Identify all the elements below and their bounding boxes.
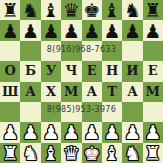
black-pawn-icon: ♟ bbox=[104, 21, 121, 41]
square-c6 bbox=[41, 41, 61, 61]
black-bishop-icon: ♝ bbox=[42, 0, 59, 20]
square-d3 bbox=[61, 102, 81, 122]
square-c7: ♟ bbox=[41, 20, 61, 40]
white-rook-icon: ♜ bbox=[144, 143, 161, 163]
white-rook-icon: ♜ bbox=[2, 143, 19, 163]
ad-letter: А bbox=[86, 82, 97, 102]
square-a3 bbox=[0, 102, 20, 122]
square-e6 bbox=[82, 41, 102, 61]
square-f4: Т bbox=[102, 82, 122, 102]
square-f7: ♟ bbox=[102, 20, 122, 40]
black-knight-icon: ♞ bbox=[22, 0, 39, 20]
black-bishop-icon: ♝ bbox=[104, 0, 121, 20]
square-g8: ♞ bbox=[122, 0, 142, 20]
square-h6 bbox=[143, 41, 163, 61]
square-g7: ♟ bbox=[122, 20, 142, 40]
ad-letter: Н bbox=[106, 61, 118, 81]
square-a2: ♟ bbox=[0, 122, 20, 142]
square-e4: А bbox=[82, 82, 102, 102]
square-c1: ♝ bbox=[41, 143, 61, 163]
white-pawn-icon: ♟ bbox=[104, 122, 121, 142]
ad-letter: Б bbox=[25, 61, 36, 81]
square-c3 bbox=[41, 102, 61, 122]
square-f6 bbox=[102, 41, 122, 61]
black-pawn-icon: ♟ bbox=[124, 21, 141, 41]
square-a5: О bbox=[0, 61, 20, 81]
ad-letter: Т bbox=[107, 82, 117, 102]
ad-letter: И bbox=[126, 61, 138, 81]
square-f2: ♟ bbox=[102, 122, 122, 142]
square-b4: А bbox=[20, 82, 40, 102]
square-e3 bbox=[82, 102, 102, 122]
ad-letter: Е bbox=[87, 61, 97, 81]
square-b5: Б bbox=[20, 61, 40, 81]
square-g1: ♞ bbox=[122, 143, 142, 163]
square-h7: ♟ bbox=[143, 20, 163, 40]
ad-letter: Ш bbox=[2, 82, 19, 102]
ad-letter: А bbox=[127, 82, 138, 102]
ad-letter: М bbox=[146, 82, 160, 102]
square-c8: ♝ bbox=[41, 0, 61, 20]
square-e7: ♟ bbox=[82, 20, 102, 40]
square-b8: ♞ bbox=[20, 0, 40, 20]
square-h8: ♜ bbox=[143, 0, 163, 20]
square-d7: ♟ bbox=[61, 20, 81, 40]
black-pawn-icon: ♟ bbox=[63, 21, 80, 41]
square-d8: ♛ bbox=[61, 0, 81, 20]
white-knight-icon: ♞ bbox=[124, 143, 141, 163]
square-f5: Н bbox=[102, 61, 122, 81]
black-rook-icon: ♜ bbox=[144, 0, 161, 20]
black-pawn-icon: ♟ bbox=[42, 21, 59, 41]
white-pawn-icon: ♟ bbox=[22, 122, 39, 142]
ad-letter: Х bbox=[46, 82, 56, 102]
black-pawn-icon: ♟ bbox=[144, 21, 161, 41]
square-e8: ♚ bbox=[82, 0, 102, 20]
square-d6 bbox=[61, 41, 81, 61]
square-g2: ♟ bbox=[122, 122, 142, 142]
square-c4: Х bbox=[41, 82, 61, 102]
chess-board: 8(916)968-7633 8(985)953-3976 ♜♞♝♛♚♝♞♜♟♟… bbox=[0, 0, 163, 163]
square-h1: ♜ bbox=[143, 143, 163, 163]
black-pawn-icon: ♟ bbox=[83, 21, 100, 41]
square-c2: ♟ bbox=[41, 122, 61, 142]
square-b6 bbox=[20, 41, 40, 61]
square-c5: У bbox=[41, 61, 61, 81]
white-knight-icon: ♞ bbox=[22, 143, 39, 163]
ad-letter: Ч bbox=[65, 61, 77, 81]
square-d1: ♛ bbox=[61, 143, 81, 163]
square-a1: ♜ bbox=[0, 143, 20, 163]
ad-letter: О bbox=[5, 61, 16, 81]
white-pawn-icon: ♟ bbox=[42, 122, 59, 142]
square-b3 bbox=[20, 102, 40, 122]
ad-letter: А bbox=[25, 82, 36, 102]
square-g3 bbox=[122, 102, 142, 122]
white-bishop-icon: ♝ bbox=[104, 143, 121, 163]
black-king-icon: ♚ bbox=[83, 0, 100, 20]
square-h2: ♟ bbox=[143, 122, 163, 142]
square-h5: Е bbox=[143, 61, 163, 81]
white-pawn-icon: ♟ bbox=[124, 122, 141, 142]
white-pawn-icon: ♟ bbox=[83, 122, 100, 142]
ad-letter: Е bbox=[148, 61, 158, 81]
white-queen-icon: ♛ bbox=[63, 143, 80, 163]
square-a8: ♜ bbox=[0, 0, 20, 20]
black-pawn-icon: ♟ bbox=[22, 21, 39, 41]
black-pawn-icon: ♟ bbox=[2, 21, 19, 41]
square-d2: ♟ bbox=[61, 122, 81, 142]
white-bishop-icon: ♝ bbox=[42, 143, 59, 163]
square-b2: ♟ bbox=[20, 122, 40, 142]
square-b7: ♟ bbox=[20, 20, 40, 40]
square-a7: ♟ bbox=[0, 20, 20, 40]
white-pawn-icon: ♟ bbox=[2, 122, 19, 142]
square-e5: Е bbox=[82, 61, 102, 81]
square-a4: Ш bbox=[0, 82, 20, 102]
square-e1: ♚ bbox=[82, 143, 102, 163]
white-pawn-icon: ♟ bbox=[144, 122, 161, 142]
square-d5: Ч bbox=[61, 61, 81, 81]
black-rook-icon: ♜ bbox=[2, 0, 19, 20]
square-g5: И bbox=[122, 61, 142, 81]
square-d4: М bbox=[61, 82, 81, 102]
white-king-icon: ♚ bbox=[83, 143, 100, 163]
white-pawn-icon: ♟ bbox=[63, 122, 80, 142]
square-e2: ♟ bbox=[82, 122, 102, 142]
square-f3 bbox=[102, 102, 122, 122]
square-f1: ♝ bbox=[102, 143, 122, 163]
square-b1: ♞ bbox=[20, 143, 40, 163]
square-f8: ♝ bbox=[102, 0, 122, 20]
square-g4: А bbox=[122, 82, 142, 102]
ad-letter: У bbox=[46, 61, 57, 81]
ad-letter: М bbox=[64, 82, 78, 102]
square-h4: М bbox=[143, 82, 163, 102]
black-knight-icon: ♞ bbox=[124, 0, 141, 20]
black-queen-icon: ♛ bbox=[63, 0, 80, 20]
square-a6 bbox=[0, 41, 20, 61]
square-g6 bbox=[122, 41, 142, 61]
square-h3 bbox=[143, 102, 163, 122]
